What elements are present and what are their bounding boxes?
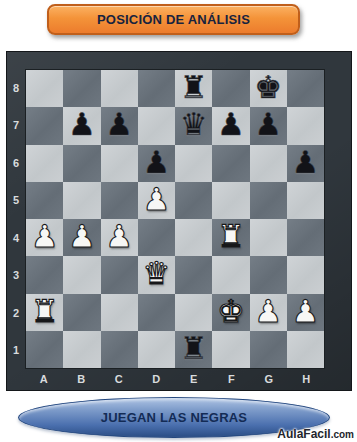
- square-e2[interactable]: [175, 294, 212, 331]
- rank-label-2: 2: [7, 294, 25, 332]
- rank-label-3: 3: [7, 257, 25, 295]
- watermark-brand: AulaFacil: [277, 427, 330, 441]
- white-rook-a2[interactable]: ♜: [31, 296, 59, 327]
- white-pawn-d5[interactable]: ♟: [142, 184, 170, 215]
- square-b8[interactable]: [63, 70, 100, 107]
- square-a4[interactable]: ♟: [26, 219, 63, 256]
- file-label-a: A: [25, 370, 63, 389]
- white-pawn-a4[interactable]: ♟: [31, 221, 59, 252]
- square-h6[interactable]: ♟: [287, 145, 324, 182]
- square-f7[interactable]: ♟: [212, 107, 249, 144]
- chess-board-frame: 87654321 ♜♚♟♟♛♟♟♟♟♟♟♟♟♜♛♜♚♟♟♜ ABCDEFGH: [6, 51, 352, 391]
- white-pawn-c4[interactable]: ♟: [105, 221, 133, 252]
- square-c6[interactable]: [101, 145, 138, 182]
- square-d4[interactable]: [138, 219, 175, 256]
- file-label-c: C: [100, 370, 138, 389]
- rank-label-1: 1: [7, 332, 25, 370]
- square-g2[interactable]: ♟: [250, 294, 287, 331]
- square-c7[interactable]: ♟: [101, 107, 138, 144]
- square-f3[interactable]: [212, 256, 249, 293]
- square-f6[interactable]: [212, 145, 249, 182]
- square-d3[interactable]: ♛: [138, 256, 175, 293]
- square-c1[interactable]: [101, 331, 138, 368]
- square-a7[interactable]: [26, 107, 63, 144]
- black-rook-e1[interactable]: ♜: [180, 333, 208, 364]
- square-d8[interactable]: [138, 70, 175, 107]
- file-label-e: E: [175, 370, 213, 389]
- turn-indicator-label: JUEGAN LAS NEGRAS: [101, 410, 247, 425]
- square-h4[interactable]: [287, 219, 324, 256]
- square-e3[interactable]: [175, 256, 212, 293]
- square-g8[interactable]: ♚: [250, 70, 287, 107]
- square-g6[interactable]: [250, 145, 287, 182]
- square-d5[interactable]: ♟: [138, 182, 175, 219]
- black-queen-e7[interactable]: ♛: [180, 109, 208, 140]
- black-king-g8[interactable]: ♚: [254, 72, 282, 103]
- black-pawn-g7[interactable]: ♟: [254, 109, 282, 140]
- watermark-suffix: .com: [331, 429, 354, 440]
- square-f4[interactable]: ♜: [212, 219, 249, 256]
- square-a6[interactable]: [26, 145, 63, 182]
- square-e8[interactable]: ♜: [175, 70, 212, 107]
- square-g4[interactable]: [250, 219, 287, 256]
- white-rook-f4[interactable]: ♜: [217, 221, 245, 252]
- file-label-f: F: [213, 370, 251, 389]
- square-b1[interactable]: [63, 331, 100, 368]
- square-c2[interactable]: [101, 294, 138, 331]
- square-b6[interactable]: [63, 145, 100, 182]
- square-g5[interactable]: [250, 182, 287, 219]
- rank-labels: 87654321: [7, 69, 25, 369]
- square-g7[interactable]: ♟: [250, 107, 287, 144]
- file-label-d: D: [138, 370, 176, 389]
- file-label-g: G: [250, 370, 288, 389]
- square-h1[interactable]: [287, 331, 324, 368]
- rank-label-6: 6: [7, 144, 25, 182]
- white-king-f2[interactable]: ♚: [217, 296, 245, 327]
- black-pawn-b7[interactable]: ♟: [68, 109, 96, 140]
- banner-title: POSICIÓN DE ANÁLISIS: [97, 12, 250, 27]
- black-rook-e8[interactable]: ♜: [180, 72, 208, 103]
- square-h3[interactable]: [287, 256, 324, 293]
- square-b3[interactable]: [63, 256, 100, 293]
- rank-label-8: 8: [7, 69, 25, 107]
- rank-label-5: 5: [7, 182, 25, 220]
- white-queen-d3[interactable]: ♛: [142, 258, 170, 289]
- square-f5[interactable]: [212, 182, 249, 219]
- white-pawn-h2[interactable]: ♟: [291, 296, 319, 327]
- square-d1[interactable]: [138, 331, 175, 368]
- square-c4[interactable]: ♟: [101, 219, 138, 256]
- square-d7[interactable]: [138, 107, 175, 144]
- black-pawn-c7[interactable]: ♟: [105, 109, 133, 140]
- black-pawn-h6[interactable]: ♟: [291, 147, 319, 178]
- square-c3[interactable]: [101, 256, 138, 293]
- analysis-banner: POSICIÓN DE ANÁLISIS: [47, 4, 300, 35]
- square-a8[interactable]: [26, 70, 63, 107]
- square-a2[interactable]: ♜: [26, 294, 63, 331]
- square-e4[interactable]: [175, 219, 212, 256]
- square-b7[interactable]: ♟: [63, 107, 100, 144]
- square-b5[interactable]: [63, 182, 100, 219]
- black-pawn-f7[interactable]: ♟: [217, 109, 245, 140]
- square-g3[interactable]: [250, 256, 287, 293]
- square-c5[interactable]: [101, 182, 138, 219]
- square-f2[interactable]: ♚: [212, 294, 249, 331]
- square-h8[interactable]: [287, 70, 324, 107]
- square-d2[interactable]: [138, 294, 175, 331]
- square-e1[interactable]: ♜: [175, 331, 212, 368]
- square-e5[interactable]: [175, 182, 212, 219]
- rank-label-7: 7: [7, 107, 25, 145]
- square-f8[interactable]: [212, 70, 249, 107]
- square-h5[interactable]: [287, 182, 324, 219]
- square-c8[interactable]: [101, 70, 138, 107]
- file-label-h: H: [288, 370, 326, 389]
- rank-label-4: 4: [7, 219, 25, 257]
- square-g1[interactable]: [250, 331, 287, 368]
- square-a5[interactable]: [26, 182, 63, 219]
- square-h7[interactable]: [287, 107, 324, 144]
- white-pawn-g2[interactable]: ♟: [254, 296, 282, 327]
- square-b4[interactable]: ♟: [63, 219, 100, 256]
- file-label-b: B: [63, 370, 101, 389]
- square-a1[interactable]: [26, 331, 63, 368]
- aulafacil-watermark: AulaFacil.com: [277, 427, 354, 441]
- square-d6[interactable]: ♟: [138, 145, 175, 182]
- file-labels: ABCDEFGH: [25, 370, 325, 389]
- black-pawn-d6[interactable]: ♟: [142, 147, 170, 178]
- square-h2[interactable]: ♟: [287, 294, 324, 331]
- board-squares: ♜♚♟♟♛♟♟♟♟♟♟♟♟♜♛♜♚♟♟♜: [25, 69, 325, 369]
- square-f1[interactable]: [212, 331, 249, 368]
- square-b2[interactable]: [63, 294, 100, 331]
- white-pawn-b4[interactable]: ♟: [68, 221, 96, 252]
- square-a3[interactable]: [26, 256, 63, 293]
- square-e6[interactable]: [175, 145, 212, 182]
- square-e7[interactable]: ♛: [175, 107, 212, 144]
